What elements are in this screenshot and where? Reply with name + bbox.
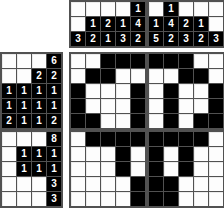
row-clue-r4-c1: 1: [2, 99, 16, 113]
cell-r5-c3[interactable]: [101, 114, 115, 128]
cell-r1-c7[interactable]: [164, 54, 178, 68]
group-separator: [101, 129, 115, 131]
cell-r7-c9[interactable]: [194, 147, 208, 161]
cell-r5-c7[interactable]: [164, 114, 178, 128]
cell-r10-c2[interactable]: [86, 192, 100, 206]
cell-r8-c2[interactable]: [86, 162, 100, 176]
cell-r7-c8[interactable]: [179, 147, 193, 161]
cell-r9-c3[interactable]: [101, 177, 115, 191]
col-clue-r3-c4: 3: [116, 32, 130, 46]
cell-r3-c6[interactable]: [149, 84, 163, 98]
cell-r3-c10[interactable]: [209, 84, 223, 98]
row-clue-r9-c1: [2, 177, 16, 191]
cell-r8-c10[interactable]: [209, 162, 223, 176]
row-clue-r4-c4: 1: [47, 99, 61, 113]
group-separator: [86, 129, 100, 131]
col-clue-r2-c10: [209, 17, 223, 31]
cell-r2-c5[interactable]: [131, 69, 145, 83]
cell-r9-c6[interactable]: [149, 177, 163, 191]
row-clue-r1-c4: 6: [47, 54, 61, 68]
cell-r10-c1[interactable]: [71, 192, 85, 206]
cell-r9-c10[interactable]: [209, 177, 223, 191]
col-clue-r3-c9: 2: [194, 32, 208, 46]
cell-r9-c2[interactable]: [86, 177, 100, 191]
cell-r10-c5[interactable]: [131, 192, 145, 206]
cell-r10-c7[interactable]: [164, 192, 178, 206]
row-clue-r3-c2: 1: [17, 84, 31, 98]
row-clue-r7-c2: 1: [17, 147, 31, 161]
cell-r6-c9[interactable]: [194, 132, 208, 146]
col-clue-r3-c6: 5: [149, 32, 163, 46]
cell-r7-c7[interactable]: [164, 147, 178, 161]
col-clue-r1-c7: 1: [164, 2, 178, 16]
cell-r7-c1[interactable]: [71, 147, 85, 161]
cell-r2-c4[interactable]: [116, 69, 130, 83]
col-clue-r2-c4: 1: [116, 17, 130, 31]
col-clue-r2-c5: 4: [131, 17, 145, 31]
col-clue-r3-c8: 3: [179, 32, 193, 46]
group-separator: [179, 129, 193, 131]
col-clue-r2-c6: 1: [149, 17, 163, 31]
cell-r3-c9[interactable]: [194, 84, 208, 98]
row-clue-r5-c2: 1: [17, 114, 31, 128]
cell-r9-c8[interactable]: [179, 177, 193, 191]
cell-r5-c6[interactable]: [149, 114, 163, 128]
cell-r2-c6[interactable]: [149, 69, 163, 83]
group-separator: [146, 17, 148, 31]
row-clue-r3-c1: 1: [2, 84, 16, 98]
cell-r2-c3[interactable]: [101, 69, 115, 83]
cell-r6-c8[interactable]: [179, 132, 193, 146]
row-clue-r2-c3: 2: [32, 69, 46, 83]
col-clue-r3-c1: 3: [71, 32, 85, 46]
row-clue-r2-c2: [17, 69, 31, 83]
cell-r4-c6[interactable]: [149, 99, 163, 113]
cell-r7-c10[interactable]: [209, 147, 223, 161]
group-separator: [146, 177, 148, 191]
row-clue-r6-c2: [17, 132, 31, 146]
cell-r4-c7[interactable]: [164, 99, 178, 113]
cell-r8-c3[interactable]: [101, 162, 115, 176]
group-separator: [47, 129, 61, 131]
cell-r2-c9[interactable]: [194, 69, 208, 83]
puzzle-board: [69, 52, 224, 208]
col-clue-r1-c4: [116, 2, 130, 16]
row-clue-r8-c3: 1: [32, 162, 46, 176]
cell-r2-c8[interactable]: [179, 69, 193, 83]
row-clue-r1-c1: [2, 54, 16, 68]
row-clue-r5-c4: 2: [47, 114, 61, 128]
cell-r8-c9[interactable]: [194, 162, 208, 176]
row-clue-r5-c3: 1: [32, 114, 46, 128]
cell-r5-c2[interactable]: [86, 114, 100, 128]
row-clue-r6-c3: [32, 132, 46, 146]
group-separator: [146, 114, 148, 128]
cell-r10-c9[interactable]: [194, 192, 208, 206]
group-separator: [146, 162, 148, 176]
cell-r7-c2[interactable]: [86, 147, 100, 161]
col-clue-r2-c2: 1: [86, 17, 100, 31]
row-clue-r1-c3: [32, 54, 46, 68]
group-separator: [194, 129, 208, 131]
group-separator: [164, 129, 178, 131]
cell-r2-c2[interactable]: [86, 69, 100, 83]
col-clue-r1-c6: [149, 2, 163, 16]
col-clue-r3-c2: 2: [86, 32, 100, 46]
cell-r8-c7[interactable]: [164, 162, 178, 176]
group-separator: [2, 129, 16, 131]
group-separator: [146, 54, 148, 68]
group-separator: [146, 192, 148, 206]
nonogram-puzzle: 11121414213213252323 6221111111121128111…: [0, 0, 224, 209]
col-clue-r3-c5: 2: [131, 32, 145, 46]
cell-r1-c8[interactable]: [179, 54, 193, 68]
group-separator: [146, 132, 148, 146]
cell-r6-c6[interactable]: [149, 132, 163, 146]
col-clue-r3-c3: 1: [101, 32, 115, 46]
cell-r4-c9[interactable]: [194, 99, 208, 113]
row-clue-r1-c2: [17, 54, 31, 68]
cell-r6-c3[interactable]: [101, 132, 115, 146]
cell-r7-c3[interactable]: [101, 147, 115, 161]
cell-r6-c5[interactable]: [131, 132, 145, 146]
col-clue-r1-c9: [194, 2, 208, 16]
cell-r4-c8[interactable]: [179, 99, 193, 113]
cell-r5-c8[interactable]: [179, 114, 193, 128]
cell-r8-c1[interactable]: [71, 162, 85, 176]
cell-r1-c9[interactable]: [194, 54, 208, 68]
cell-r3-c7[interactable]: [164, 84, 178, 98]
cell-r1-c10[interactable]: [209, 54, 223, 68]
row-clue-r7-c3: 1: [32, 147, 46, 161]
cell-r5-c1[interactable]: [71, 114, 85, 128]
col-clue-r2-c9: 1: [194, 17, 208, 31]
cell-r5-c5[interactable]: [131, 114, 145, 128]
cell-r3-c5[interactable]: [131, 84, 145, 98]
cell-r9-c4[interactable]: [116, 177, 130, 191]
row-clue-r8-c4: 1: [47, 162, 61, 176]
row-clue-r8-c2: 1: [17, 162, 31, 176]
col-clue-r2-c1: [71, 17, 85, 31]
cell-r4-c10[interactable]: [209, 99, 223, 113]
cell-r1-c3[interactable]: [101, 54, 115, 68]
group-separator: [71, 129, 85, 131]
cell-r6-c1[interactable]: [71, 132, 85, 146]
row-clue-r7-c1: [2, 147, 16, 161]
group-separator: [146, 32, 148, 46]
cell-r10-c8[interactable]: [179, 192, 193, 206]
row-clue-r7-c4: 1: [47, 147, 61, 161]
cell-r9-c5[interactable]: [131, 177, 145, 191]
col-clue-r2-c8: 2: [179, 17, 193, 31]
cell-r9-c1[interactable]: [71, 177, 85, 191]
group-separator: [146, 84, 148, 98]
cell-r7-c6[interactable]: [149, 147, 163, 161]
cell-r1-c5[interactable]: [131, 54, 145, 68]
row-clue-r10-c4: 3: [47, 192, 61, 206]
cell-r4-c2[interactable]: [86, 99, 100, 113]
row-clue-r6-c4: 8: [47, 132, 61, 146]
row-clue-r9-c3: [32, 177, 46, 191]
col-clue-r1-c5: 1: [131, 2, 145, 16]
cell-r7-c5[interactable]: [131, 147, 145, 161]
group-separator: [32, 129, 46, 131]
row-clue-r3-c3: 1: [32, 84, 46, 98]
group-separator: [131, 129, 145, 131]
col-clue-r1-c2: [86, 2, 100, 16]
group-separator: [116, 129, 130, 131]
row-clue-r9-c2: [17, 177, 31, 191]
col-clue-r3-c10: 3: [209, 32, 223, 46]
cell-r1-c4[interactable]: [116, 54, 130, 68]
cell-r1-c2[interactable]: [86, 54, 100, 68]
row-clue-r2-c4: 2: [47, 69, 61, 83]
row-clues-grid: 622111111112112811111133: [0, 52, 63, 208]
group-separator: [146, 147, 148, 161]
cell-r6-c2[interactable]: [86, 132, 100, 146]
group-separator: [209, 129, 223, 131]
cell-r3-c2[interactable]: [86, 84, 100, 98]
group-separator: [149, 129, 163, 131]
col-clue-r1-c3: [101, 2, 115, 16]
cell-r6-c7[interactable]: [164, 132, 178, 146]
row-clue-r5-c1: 2: [2, 114, 16, 128]
cell-r3-c4[interactable]: [116, 84, 130, 98]
row-clue-r3-c4: 1: [47, 84, 61, 98]
col-clue-r1-c10: [209, 2, 223, 16]
cell-r5-c4[interactable]: [116, 114, 130, 128]
cell-r4-c5[interactable]: [131, 99, 145, 113]
col-clue-r1-c8: [179, 2, 193, 16]
cell-r7-c4[interactable]: [116, 147, 130, 161]
row-clue-r2-c1: [2, 69, 16, 83]
cell-r8-c5[interactable]: [131, 162, 145, 176]
row-clue-r4-c3: 1: [32, 99, 46, 113]
cell-r8-c8[interactable]: [179, 162, 193, 176]
cell-r4-c1[interactable]: [71, 99, 85, 113]
row-clue-r10-c3: [32, 192, 46, 206]
col-clue-r1-c1: [71, 2, 85, 16]
cell-r6-c4[interactable]: [116, 132, 130, 146]
group-separator: [146, 2, 148, 16]
cell-r2-c1[interactable]: [71, 69, 85, 83]
cell-r10-c10[interactable]: [209, 192, 223, 206]
cell-r2-c7[interactable]: [164, 69, 178, 83]
column-clues-grid: 11121414213213252323: [69, 0, 224, 48]
group-separator: [146, 99, 148, 113]
col-clue-r2-c7: 4: [164, 17, 178, 31]
cell-r10-c3[interactable]: [101, 192, 115, 206]
cell-r9-c9[interactable]: [194, 177, 208, 191]
group-separator: [146, 129, 148, 131]
cell-r10-c4[interactable]: [116, 192, 130, 206]
cell-r2-c10[interactable]: [209, 69, 223, 83]
col-clue-r2-c3: 2: [101, 17, 115, 31]
row-clue-r9-c4: 3: [47, 177, 61, 191]
group-separator: [146, 69, 148, 83]
group-separator: [17, 129, 31, 131]
col-clue-r3-c7: 2: [164, 32, 178, 46]
row-clue-r6-c1: [2, 132, 16, 146]
cell-r3-c3[interactable]: [101, 84, 115, 98]
cell-r5-c10[interactable]: [209, 114, 223, 128]
row-clue-r10-c1: [2, 192, 16, 206]
cell-r4-c4[interactable]: [116, 99, 130, 113]
row-clue-r8-c1: [2, 162, 16, 176]
cell-r8-c6[interactable]: [149, 162, 163, 176]
cell-r9-c7[interactable]: [164, 177, 178, 191]
row-clue-r4-c2: 1: [17, 99, 31, 113]
cell-r3-c8[interactable]: [179, 84, 193, 98]
cell-r6-c10[interactable]: [209, 132, 223, 146]
cell-r4-c3[interactable]: [101, 99, 115, 113]
cell-r1-c6[interactable]: [149, 54, 163, 68]
cell-r3-c1[interactable]: [71, 84, 85, 98]
cell-r10-c6[interactable]: [149, 192, 163, 206]
cell-r8-c4[interactable]: [116, 162, 130, 176]
row-clue-r10-c2: [17, 192, 31, 206]
cell-r5-c9[interactable]: [194, 114, 208, 128]
cell-r1-c1[interactable]: [71, 54, 85, 68]
